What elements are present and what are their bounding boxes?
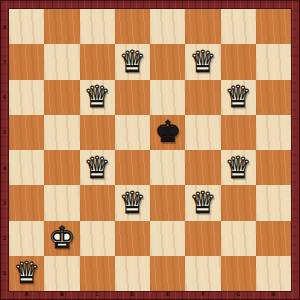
square-f8[interactable]: [185, 9, 220, 44]
square-e2[interactable]: [150, 221, 185, 256]
square-a5[interactable]: [9, 115, 44, 150]
square-b5[interactable]: [44, 115, 79, 150]
square-h1[interactable]: [256, 256, 291, 291]
square-g1[interactable]: [221, 256, 256, 291]
file-label-F: F: [201, 292, 204, 299]
square-h3[interactable]: [256, 185, 291, 220]
square-b4[interactable]: [44, 150, 79, 185]
rank-label-3: 3: [0, 200, 9, 205]
square-f1[interactable]: [185, 256, 220, 291]
square-h2[interactable]: [256, 221, 291, 256]
square-f6[interactable]: [185, 80, 220, 115]
chess-board-frame: ♛♛♛♛♚♛♛♛♛♚♛ 87654321ABCDEFGH: [0, 0, 300, 300]
square-c4[interactable]: ♛: [80, 150, 115, 185]
file-label-H: H: [271, 292, 275, 299]
square-e4[interactable]: [150, 150, 185, 185]
square-d7[interactable]: ♛: [115, 44, 150, 79]
square-c2[interactable]: [80, 221, 115, 256]
square-h8[interactable]: [256, 9, 291, 44]
square-c3[interactable]: [80, 185, 115, 220]
square-g3[interactable]: [221, 185, 256, 220]
rank-label-7: 7: [0, 59, 9, 64]
square-a2[interactable]: [9, 221, 44, 256]
square-c7[interactable]: [80, 44, 115, 79]
white-queen[interactable]: ♛: [119, 47, 146, 77]
square-f5[interactable]: [185, 115, 220, 150]
square-g4[interactable]: ♛: [221, 150, 256, 185]
rank-label-8: 8: [0, 24, 9, 29]
square-c8[interactable]: [80, 9, 115, 44]
white-queen[interactable]: ♛: [189, 47, 216, 77]
square-g6[interactable]: ♛: [221, 80, 256, 115]
square-d3[interactable]: ♛: [115, 185, 150, 220]
file-label-C: C: [95, 292, 99, 299]
file-label-B: B: [60, 292, 64, 299]
square-g5[interactable]: [221, 115, 256, 150]
square-b8[interactable]: [44, 9, 79, 44]
chess-board: ♛♛♛♛♚♛♛♛♛♚♛: [9, 9, 291, 291]
square-e1[interactable]: [150, 256, 185, 291]
square-d8[interactable]: [115, 9, 150, 44]
square-d6[interactable]: [115, 80, 150, 115]
white-queen[interactable]: ♛: [189, 188, 216, 218]
rank-label-1: 1: [0, 271, 9, 276]
square-h7[interactable]: [256, 44, 291, 79]
white-queen[interactable]: ♛: [84, 153, 111, 183]
square-e8[interactable]: [150, 9, 185, 44]
square-a4[interactable]: [9, 150, 44, 185]
square-d1[interactable]: [115, 256, 150, 291]
black-king[interactable]: ♚: [154, 117, 181, 147]
square-f2[interactable]: [185, 221, 220, 256]
white-queen[interactable]: ♛: [225, 82, 252, 112]
square-h4[interactable]: [256, 150, 291, 185]
white-queen[interactable]: ♛: [84, 82, 111, 112]
square-c1[interactable]: [80, 256, 115, 291]
square-b6[interactable]: [44, 80, 79, 115]
square-b3[interactable]: [44, 185, 79, 220]
square-a7[interactable]: [9, 44, 44, 79]
square-a6[interactable]: [9, 80, 44, 115]
square-e5[interactable]: ♚: [150, 115, 185, 150]
square-a1[interactable]: ♛: [9, 256, 44, 291]
square-g7[interactable]: [221, 44, 256, 79]
square-g8[interactable]: [221, 9, 256, 44]
white-queen[interactable]: ♛: [225, 153, 252, 183]
rank-label-6: 6: [0, 95, 9, 100]
rank-label-4: 4: [0, 165, 9, 170]
file-label-E: E: [166, 292, 169, 299]
white-queen[interactable]: ♛: [13, 258, 40, 288]
square-f3[interactable]: ♛: [185, 185, 220, 220]
square-h6[interactable]: [256, 80, 291, 115]
square-f4[interactable]: [185, 150, 220, 185]
square-d5[interactable]: [115, 115, 150, 150]
file-label-G: G: [236, 292, 240, 299]
square-e3[interactable]: [150, 185, 185, 220]
square-e7[interactable]: [150, 44, 185, 79]
square-a8[interactable]: [9, 9, 44, 44]
white-king[interactable]: ♚: [48, 223, 75, 253]
square-d4[interactable]: [115, 150, 150, 185]
square-g2[interactable]: [221, 221, 256, 256]
square-h5[interactable]: [256, 115, 291, 150]
square-b1[interactable]: [44, 256, 79, 291]
square-d2[interactable]: [115, 221, 150, 256]
square-e6[interactable]: [150, 80, 185, 115]
white-queen[interactable]: ♛: [119, 188, 146, 218]
rank-label-5: 5: [0, 130, 9, 135]
square-c6[interactable]: ♛: [80, 80, 115, 115]
square-a3[interactable]: [9, 185, 44, 220]
square-f7[interactable]: ♛: [185, 44, 220, 79]
square-c5[interactable]: [80, 115, 115, 150]
rank-label-2: 2: [0, 236, 9, 241]
square-b2[interactable]: ♚: [44, 221, 79, 256]
square-b7[interactable]: [44, 44, 79, 79]
file-label-D: D: [130, 292, 134, 299]
file-label-A: A: [25, 292, 29, 299]
